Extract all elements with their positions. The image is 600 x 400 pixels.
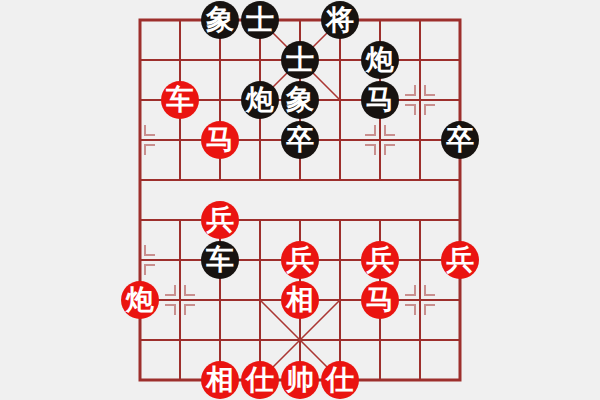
- piece-red-general[interactable]: 帅: [281, 361, 319, 399]
- piece-red-soldier[interactable]: 兵: [201, 201, 239, 239]
- piece-black-advisor[interactable]: 士: [241, 1, 279, 39]
- piece-black-cannon[interactable]: 炮: [241, 81, 279, 119]
- piece-red-elephant[interactable]: 相: [281, 281, 319, 319]
- piece-red-soldier[interactable]: 兵: [441, 241, 479, 279]
- app-background: 象士将士炮车炮象马马卒卒兵车兵兵兵炮相马相仕帅仕: [0, 0, 600, 400]
- piece-black-general[interactable]: 将: [321, 1, 359, 39]
- piece-red-soldier[interactable]: 兵: [281, 241, 319, 279]
- piece-red-horse[interactable]: 马: [361, 281, 399, 319]
- piece-red-elephant[interactable]: 相: [201, 361, 239, 399]
- piece-red-advisor[interactable]: 仕: [241, 361, 279, 399]
- piece-black-cannon[interactable]: 炮: [361, 41, 399, 79]
- piece-red-cannon[interactable]: 炮: [121, 281, 159, 319]
- pieces-layer: 象士将士炮车炮象马马卒卒兵车兵兵兵炮相马相仕帅仕: [0, 0, 600, 400]
- piece-black-horse[interactable]: 马: [361, 81, 399, 119]
- piece-red-soldier[interactable]: 兵: [361, 241, 399, 279]
- piece-black-advisor[interactable]: 士: [281, 41, 319, 79]
- piece-black-chariot[interactable]: 车: [201, 241, 239, 279]
- piece-black-elephant[interactable]: 象: [201, 1, 239, 39]
- piece-black-soldier[interactable]: 卒: [441, 121, 479, 159]
- piece-black-elephant[interactable]: 象: [281, 81, 319, 119]
- piece-black-soldier[interactable]: 卒: [281, 121, 319, 159]
- piece-red-advisor[interactable]: 仕: [321, 361, 359, 399]
- piece-red-horse[interactable]: 马: [201, 121, 239, 159]
- piece-red-chariot[interactable]: 车: [161, 81, 199, 119]
